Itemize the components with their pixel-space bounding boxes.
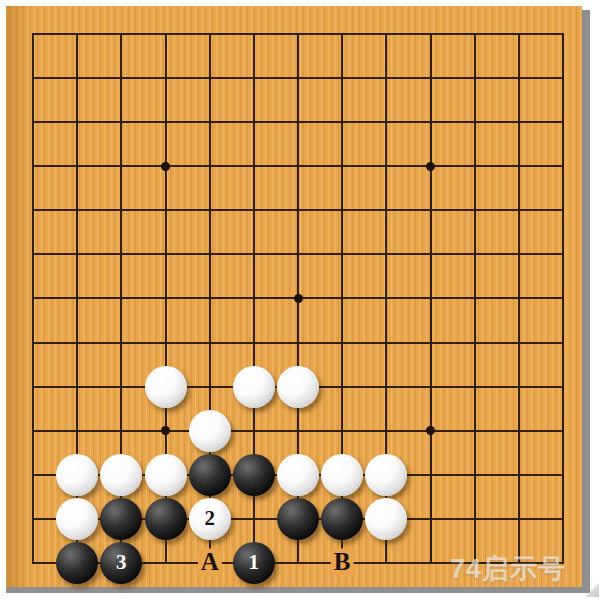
board-bottom-edge: [6, 587, 590, 593]
move-number-label: 1: [233, 542, 275, 584]
grid-line: [430, 33, 432, 564]
grid-line: [562, 33, 564, 564]
black-stone: [321, 498, 363, 540]
watermark-text: 74启示号: [450, 551, 566, 587]
black-stone: [56, 542, 98, 584]
point-label-b[interactable]: B: [331, 548, 354, 575]
white-stone-2: 2: [189, 498, 231, 540]
go-board[interactable]: 231AB: [6, 6, 582, 587]
white-stone: [365, 498, 407, 540]
white-stone: [189, 410, 231, 452]
white-stone: [56, 498, 98, 540]
black-stone-3: 3: [100, 542, 142, 584]
white-stone: [145, 366, 187, 408]
star-point: [426, 426, 435, 435]
white-stone: [56, 454, 98, 496]
black-stone: [189, 454, 231, 496]
grid-line: [32, 342, 564, 344]
board-left-shade: [6, 6, 29, 587]
white-stone: [145, 454, 187, 496]
black-stone: [100, 498, 142, 540]
grid-line: [32, 430, 564, 432]
white-stone: [233, 366, 275, 408]
move-number-label: 3: [100, 542, 142, 584]
black-stone-1: 1: [233, 542, 275, 584]
black-stone: [233, 454, 275, 496]
star-point: [294, 294, 303, 303]
grid-line: [474, 33, 476, 564]
star-point: [161, 426, 170, 435]
white-stone: [277, 454, 319, 496]
move-number-label: 2: [189, 498, 231, 540]
white-stone: [321, 454, 363, 496]
star-point: [161, 162, 170, 171]
black-stone: [145, 498, 187, 540]
go-diagram: 231AB 74启示号: [0, 0, 600, 600]
white-stone: [277, 366, 319, 408]
black-stone: [277, 498, 319, 540]
board-right-edge: [582, 10, 590, 593]
point-label-a[interactable]: A: [198, 548, 222, 575]
white-stone: [100, 454, 142, 496]
grid-line: [518, 33, 520, 564]
star-point: [426, 162, 435, 171]
white-stone: [365, 454, 407, 496]
